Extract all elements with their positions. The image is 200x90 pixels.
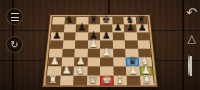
restart-button[interactable]: ↻ (6, 36, 23, 53)
square-b2[interactable]: ♟ (60, 66, 74, 75)
menu-button[interactable] (6, 8, 23, 25)
square-f7[interactable]: ♟ (112, 25, 124, 33)
square-h7[interactable]: ♟ (136, 25, 149, 33)
square-d3[interactable] (87, 57, 100, 66)
square-c5[interactable] (75, 41, 88, 49)
square-e8[interactable]: ♚ (100, 17, 112, 25)
piece-white-pawn[interactable]: ♟ (89, 39, 98, 49)
piece-black-king[interactable]: ♚ (102, 15, 111, 25)
square-b1[interactable] (60, 76, 74, 86)
piece-black-pawn[interactable]: ♟ (138, 23, 147, 33)
square-d4[interactable] (87, 49, 100, 58)
piece-black-knight[interactable]: ♞ (66, 15, 75, 25)
board-scene: ♞♜♚♞♜♟♟♟♟♟♟♟♟♟♟♟♛♞♟♞♟♟♜♛♚♝♜ (0, 0, 200, 90)
undo-arrow-icon: ↶ (186, 5, 197, 20)
square-c1[interactable] (73, 76, 87, 86)
piece-black-pawn[interactable]: ♟ (126, 23, 135, 33)
square-h1[interactable]: ♜ (140, 76, 154, 86)
square-f1[interactable]: ♝ (113, 76, 127, 86)
piece-white-king[interactable]: ♚ (102, 74, 112, 85)
triangle-icon: △ (188, 32, 196, 45)
square-f6[interactable] (112, 32, 125, 40)
piece-white-pawn[interactable]: ♟ (128, 65, 138, 76)
piece-black-pawn[interactable]: ♟ (114, 23, 123, 33)
hint-button[interactable] (185, 56, 194, 75)
piece-black-pawn[interactable]: ♟ (77, 23, 86, 33)
square-e1[interactable]: ♚ (100, 76, 113, 86)
square-d8[interactable]: ♜ (88, 17, 100, 25)
square-c6[interactable] (75, 32, 88, 40)
piece-white-pawn[interactable]: ♟ (102, 47, 111, 57)
square-a8[interactable] (52, 17, 65, 25)
undo-button[interactable]: ↶ (186, 5, 197, 20)
piece-white-queen[interactable]: ♛ (88, 74, 98, 85)
circular-arrow-icon: ↻ (10, 40, 18, 50)
square-f5[interactable] (112, 41, 125, 49)
piece-white-rook[interactable]: ♜ (48, 74, 58, 85)
square-b5[interactable] (62, 41, 75, 49)
square-g1[interactable] (126, 76, 140, 86)
square-b4[interactable] (62, 49, 75, 58)
square-g6[interactable] (124, 32, 137, 40)
board-grid: ♞♜♚♞♜♟♟♟♟♟♟♟♟♟♟♟♛♞♟♞♟♟♜♛♚♝♜ (46, 17, 153, 83)
square-g5[interactable] (125, 41, 138, 49)
square-a5[interactable] (50, 41, 63, 49)
piece-white-rook[interactable]: ♜ (142, 74, 152, 85)
square-h6[interactable] (136, 32, 149, 40)
square-h5[interactable] (137, 41, 150, 49)
piece-white-pawn[interactable]: ♟ (50, 56, 60, 67)
square-g7[interactable]: ♟ (124, 25, 137, 33)
square-e3[interactable] (100, 57, 113, 66)
square-g2[interactable]: ♟ (126, 66, 140, 75)
square-b8[interactable]: ♞ (64, 17, 76, 25)
square-d1[interactable]: ♛ (87, 76, 100, 86)
square-b7[interactable] (64, 25, 77, 33)
square-e6[interactable]: ♟ (100, 32, 112, 40)
chess-board: ♞♜♚♞♜♟♟♟♟♟♟♟♟♟♟♟♛♞♟♞♟♟♜♛♚♝♜ (42, 14, 158, 87)
warning-button[interactable]: △ (188, 32, 196, 45)
piece-black-pawn[interactable]: ♟ (102, 30, 111, 40)
square-f4[interactable] (113, 49, 126, 58)
square-f3[interactable] (113, 57, 126, 66)
square-a6[interactable]: ♟ (51, 32, 64, 40)
square-a3[interactable]: ♟ (48, 57, 62, 66)
piece-black-rook[interactable]: ♜ (90, 15, 99, 25)
hamburger-icon (11, 13, 19, 21)
piece-white-bishop[interactable]: ♝ (115, 74, 125, 85)
square-c7[interactable]: ♟ (76, 25, 88, 33)
square-a1[interactable]: ♜ (46, 76, 60, 86)
piece-white-knight[interactable]: ♞ (75, 65, 85, 76)
piece-black-pawn[interactable]: ♟ (52, 30, 61, 40)
square-b6[interactable] (63, 32, 76, 40)
square-e4[interactable]: ♟ (100, 49, 113, 58)
square-d5[interactable]: ♟ (87, 41, 100, 49)
square-c2[interactable]: ♞ (74, 66, 87, 75)
piece-white-pawn[interactable]: ♟ (62, 65, 72, 76)
